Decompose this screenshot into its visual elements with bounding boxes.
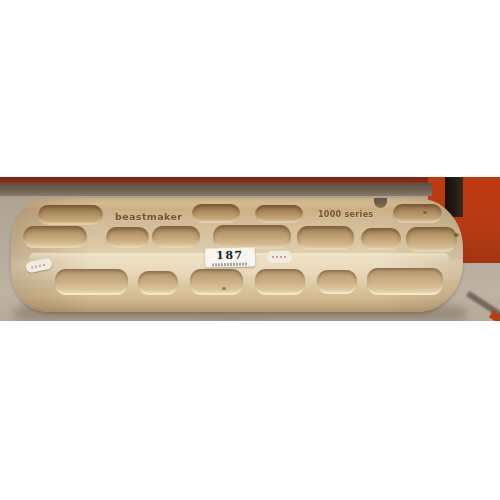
- pocket-bottom-4: [255, 269, 305, 295]
- pocket-middle-2: [106, 227, 149, 248]
- pocket-middle-5: [297, 226, 354, 250]
- brand-engraving: beastmaker: [115, 211, 182, 222]
- pocket-bottom-1: [55, 269, 128, 295]
- auction-photo-canvas: beastmaker 1000 series 187: [0, 0, 500, 500]
- series-engraving: 1000 series: [318, 210, 373, 219]
- pocket-bottom-2: [138, 271, 178, 295]
- wood-knot: [454, 233, 459, 237]
- pocket-top-1: [38, 205, 103, 225]
- pocket-middle-3: [152, 226, 200, 248]
- top-edge-notch: [374, 198, 387, 208]
- lot-sticker: 187: [205, 247, 255, 267]
- pocket-middle-6: [361, 228, 401, 250]
- lot-number: 187: [205, 248, 255, 262]
- pocket-top-4: [393, 204, 442, 223]
- pocket-middle-7: [406, 227, 457, 252]
- pocket-bottom-3: [190, 269, 243, 295]
- wood-knot: [423, 211, 427, 214]
- pocket-middle-1: [23, 226, 87, 248]
- pocket-top-2: [192, 204, 240, 223]
- pocket-bottom-6: [367, 268, 443, 295]
- wood-knot: [222, 287, 226, 290]
- table-back-edge: [0, 183, 432, 196]
- photograph: beastmaker 1000 series 187: [0, 177, 500, 321]
- pocket-middle-4: [213, 225, 291, 249]
- pocket-bottom-5: [317, 270, 357, 294]
- hangboard: beastmaker 1000 series 187: [11, 198, 463, 312]
- small-tag-left: [25, 257, 53, 273]
- lot-fineprint: [212, 263, 248, 267]
- pocket-top-3: [255, 205, 303, 223]
- small-tag-right: [267, 251, 292, 263]
